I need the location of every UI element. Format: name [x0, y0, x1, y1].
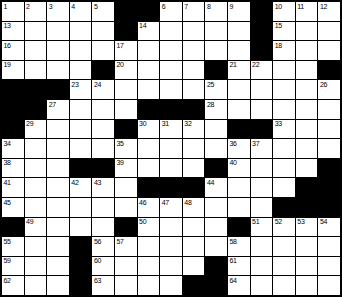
white-cell[interactable]: 60 [92, 257, 114, 276]
white-cell[interactable]: 29 [25, 120, 47, 139]
white-cell[interactable]: 1 [2, 2, 24, 21]
white-cell[interactable] [296, 100, 318, 119]
white-cell[interactable]: 48 [183, 198, 205, 217]
white-cell[interactable]: 59 [2, 257, 24, 276]
white-cell[interactable] [318, 120, 340, 139]
white-cell[interactable]: 27 [47, 100, 69, 119]
white-cell[interactable] [205, 237, 227, 256]
white-cell[interactable]: 5 [92, 2, 114, 21]
white-cell[interactable] [251, 159, 273, 178]
clue-number: 20 [117, 61, 124, 68]
white-cell[interactable]: 62 [2, 276, 24, 295]
white-cell[interactable] [273, 139, 295, 158]
clue-number: 2 [26, 3, 30, 10]
white-cell[interactable] [296, 237, 318, 256]
white-cell[interactable] [296, 80, 318, 99]
black-cell [2, 80, 24, 99]
black-cell [318, 159, 340, 178]
white-cell[interactable]: 21 [228, 61, 250, 80]
black-cell [273, 198, 295, 217]
white-cell[interactable] [183, 218, 205, 237]
clue-number: 40 [230, 159, 237, 166]
white-cell[interactable] [296, 257, 318, 276]
white-cell[interactable]: 4 [70, 2, 92, 21]
white-cell[interactable]: 35 [115, 139, 137, 158]
white-cell[interactable]: 14 [138, 22, 160, 41]
white-cell[interactable] [115, 178, 137, 197]
white-cell[interactable]: 22 [251, 61, 273, 80]
white-cell[interactable] [115, 198, 137, 217]
white-cell[interactable]: 25 [205, 80, 227, 99]
black-cell [205, 159, 227, 178]
white-cell[interactable] [70, 22, 92, 41]
white-cell[interactable]: 19 [2, 61, 24, 80]
clue-number: 6 [162, 3, 166, 10]
white-cell[interactable] [70, 198, 92, 217]
clue-number: 28 [207, 101, 214, 108]
white-cell[interactable] [205, 120, 227, 139]
clue-number: 49 [26, 218, 33, 225]
white-cell[interactable] [318, 276, 340, 295]
white-cell[interactable]: 52 [273, 218, 295, 237]
white-cell[interactable]: 30 [138, 120, 160, 139]
white-cell[interactable] [228, 100, 250, 119]
white-cell[interactable]: 56 [92, 237, 114, 256]
white-cell[interactable] [228, 22, 250, 41]
white-cell[interactable] [70, 139, 92, 158]
white-cell[interactable] [138, 41, 160, 60]
white-cell[interactable] [47, 178, 69, 197]
black-cell [318, 61, 340, 80]
clue-number: 16 [4, 42, 11, 49]
white-cell[interactable] [47, 218, 69, 237]
white-cell[interactable] [273, 178, 295, 197]
white-cell[interactable] [296, 41, 318, 60]
white-cell[interactable] [205, 218, 227, 237]
white-cell[interactable] [251, 257, 273, 276]
white-cell[interactable]: 9 [228, 2, 250, 21]
black-cell [205, 257, 227, 276]
white-cell[interactable]: 47 [160, 198, 182, 217]
clue-number: 22 [252, 61, 259, 68]
clue-number: 41 [4, 179, 11, 186]
white-cell[interactable] [183, 237, 205, 256]
clue-number: 23 [71, 81, 78, 88]
white-cell[interactable] [318, 22, 340, 41]
white-cell[interactable]: 63 [92, 276, 114, 295]
white-cell[interactable] [138, 237, 160, 256]
clue-number: 5 [94, 3, 98, 10]
white-cell[interactable] [92, 41, 114, 60]
white-cell[interactable]: 26 [318, 80, 340, 99]
white-cell[interactable] [138, 61, 160, 80]
white-cell[interactable]: 7 [183, 2, 205, 21]
white-cell[interactable] [160, 218, 182, 237]
white-cell[interactable] [25, 276, 47, 295]
white-cell[interactable]: 64 [228, 276, 250, 295]
clue-number: 57 [117, 238, 124, 245]
white-cell[interactable] [273, 80, 295, 99]
clue-number: 9 [230, 3, 234, 10]
white-cell[interactable] [25, 257, 47, 276]
white-cell[interactable] [228, 178, 250, 197]
white-cell[interactable]: 46 [138, 198, 160, 217]
clue-number: 48 [184, 199, 191, 206]
white-cell[interactable] [205, 22, 227, 41]
white-cell[interactable] [296, 159, 318, 178]
white-cell[interactable] [25, 178, 47, 197]
white-cell[interactable] [183, 61, 205, 80]
white-cell[interactable] [205, 41, 227, 60]
black-cell [115, 120, 137, 139]
white-cell[interactable] [25, 22, 47, 41]
black-cell [138, 100, 160, 119]
white-cell[interactable]: 50 [138, 218, 160, 237]
white-cell[interactable] [318, 139, 340, 158]
white-cell[interactable] [25, 61, 47, 80]
clue-number: 42 [71, 179, 78, 186]
clue-number: 10 [275, 3, 282, 10]
clue-number: 12 [320, 3, 327, 10]
clue-number: 61 [230, 257, 237, 264]
white-cell[interactable] [47, 237, 69, 256]
clue-number: 26 [320, 81, 327, 88]
black-cell [251, 2, 273, 21]
clue-number: 18 [275, 42, 282, 49]
black-cell [160, 100, 182, 119]
white-cell[interactable] [47, 22, 69, 41]
white-cell[interactable] [47, 159, 69, 178]
white-cell[interactable]: 44 [205, 178, 227, 197]
white-cell[interactable] [160, 237, 182, 256]
white-cell[interactable] [138, 276, 160, 295]
white-cell[interactable] [138, 159, 160, 178]
clue-number: 14 [139, 22, 146, 29]
black-cell [318, 178, 340, 197]
white-cell[interactable] [183, 80, 205, 99]
white-cell[interactable]: 57 [115, 237, 137, 256]
white-cell[interactable] [47, 120, 69, 139]
clue-number: 34 [4, 140, 11, 147]
white-cell[interactable] [92, 22, 114, 41]
white-cell[interactable] [251, 276, 273, 295]
white-cell[interactable] [47, 198, 69, 217]
white-cell[interactable] [138, 80, 160, 99]
white-cell[interactable] [318, 237, 340, 256]
clue-number: 38 [4, 159, 11, 166]
black-cell [205, 276, 227, 295]
clue-number: 29 [26, 120, 33, 127]
clue-number: 56 [94, 238, 101, 245]
black-cell [183, 100, 205, 119]
white-cell[interactable] [115, 257, 137, 276]
white-cell[interactable]: 42 [70, 178, 92, 197]
white-cell[interactable] [296, 61, 318, 80]
clue-number: 44 [207, 179, 214, 186]
white-cell[interactable]: 39 [115, 159, 137, 178]
white-cell[interactable] [273, 159, 295, 178]
white-cell[interactable]: 3 [47, 2, 69, 21]
white-cell[interactable] [138, 139, 160, 158]
white-cell[interactable]: 2 [25, 2, 47, 21]
white-cell[interactable] [183, 159, 205, 178]
white-cell[interactable] [160, 139, 182, 158]
white-cell[interactable]: 8 [205, 2, 227, 21]
white-cell[interactable] [25, 41, 47, 60]
white-cell[interactable]: 43 [92, 178, 114, 197]
white-cell[interactable]: 11 [296, 2, 318, 21]
black-cell [183, 276, 205, 295]
clue-number: 30 [139, 120, 146, 127]
clue-number: 36 [230, 140, 237, 147]
white-cell[interactable] [273, 237, 295, 256]
clue-number: 46 [139, 199, 146, 206]
white-cell[interactable] [251, 100, 273, 119]
clue-number: 53 [297, 218, 304, 225]
clue-number: 25 [207, 81, 214, 88]
white-cell[interactable]: 24 [92, 80, 114, 99]
black-cell [251, 120, 273, 139]
black-cell [115, 218, 137, 237]
white-cell[interactable]: 61 [228, 257, 250, 276]
white-cell[interactable]: 37 [251, 139, 273, 158]
white-cell[interactable] [115, 80, 137, 99]
white-cell[interactable] [92, 120, 114, 139]
white-cell[interactable] [92, 198, 114, 217]
white-cell[interactable] [251, 80, 273, 99]
white-cell[interactable]: 6 [160, 2, 182, 21]
white-cell[interactable]: 13 [2, 22, 24, 41]
black-cell [296, 178, 318, 197]
white-cell[interactable] [273, 100, 295, 119]
white-cell[interactable] [228, 80, 250, 99]
white-cell[interactable]: 40 [228, 159, 250, 178]
clue-number: 21 [230, 61, 237, 68]
black-cell [115, 22, 137, 41]
white-cell[interactable] [25, 159, 47, 178]
black-cell [228, 120, 250, 139]
black-cell [2, 100, 24, 119]
white-cell[interactable] [47, 61, 69, 80]
clue-number: 64 [230, 277, 237, 284]
white-cell[interactable]: 55 [2, 237, 24, 256]
white-cell[interactable] [92, 218, 114, 237]
clue-number: 47 [162, 199, 169, 206]
clue-number: 8 [207, 3, 211, 10]
white-cell[interactable]: 58 [228, 237, 250, 256]
clue-number: 50 [139, 218, 146, 225]
black-cell [25, 80, 47, 99]
clue-number: 1 [4, 3, 8, 10]
clue-number: 58 [230, 238, 237, 245]
white-cell[interactable] [115, 276, 137, 295]
white-cell[interactable] [296, 276, 318, 295]
white-cell[interactable] [25, 139, 47, 158]
white-cell[interactable] [183, 41, 205, 60]
white-cell[interactable] [160, 159, 182, 178]
white-cell[interactable] [273, 276, 295, 295]
clue-number: 35 [117, 140, 124, 147]
clue-number: 59 [4, 257, 11, 264]
black-cell [92, 61, 114, 80]
black-cell [138, 2, 160, 21]
white-cell[interactable]: 23 [70, 80, 92, 99]
clue-number: 19 [4, 61, 11, 68]
white-cell[interactable]: 10 [273, 2, 295, 21]
white-cell[interactable]: 41 [2, 178, 24, 197]
black-cell [205, 61, 227, 80]
white-cell[interactable] [183, 139, 205, 158]
white-cell[interactable] [47, 276, 69, 295]
white-cell[interactable] [251, 198, 273, 217]
white-cell[interactable] [160, 61, 182, 80]
white-cell[interactable] [160, 276, 182, 295]
black-cell [70, 257, 92, 276]
white-cell[interactable]: 51 [251, 218, 273, 237]
black-cell [47, 80, 69, 99]
white-cell[interactable]: 45 [2, 198, 24, 217]
crossword-grid: 1234567891011121314151617181920212223242… [0, 0, 342, 297]
clue-number: 33 [275, 120, 282, 127]
black-cell [183, 178, 205, 197]
clue-number: 63 [94, 277, 101, 284]
clue-number: 13 [4, 22, 11, 29]
white-cell[interactable]: 16 [2, 41, 24, 60]
white-cell[interactable]: 31 [160, 120, 182, 139]
black-cell [25, 100, 47, 119]
black-cell [70, 276, 92, 295]
black-cell [296, 198, 318, 217]
white-cell[interactable]: 38 [2, 159, 24, 178]
black-cell [70, 237, 92, 256]
black-cell [70, 159, 92, 178]
white-cell[interactable] [115, 100, 137, 119]
black-cell [251, 22, 273, 41]
white-cell[interactable] [160, 41, 182, 60]
white-cell[interactable] [296, 120, 318, 139]
white-cell[interactable]: 17 [115, 41, 137, 60]
white-cell[interactable]: 36 [228, 139, 250, 158]
white-cell[interactable] [318, 257, 340, 276]
clue-number: 27 [49, 101, 56, 108]
white-cell[interactable] [47, 41, 69, 60]
white-cell[interactable]: 18 [273, 41, 295, 60]
clue-number: 54 [320, 218, 327, 225]
white-cell[interactable]: 33 [273, 120, 295, 139]
white-cell[interactable] [296, 22, 318, 41]
clue-number: 15 [275, 22, 282, 29]
white-cell[interactable] [47, 139, 69, 158]
clue-number: 37 [252, 140, 259, 147]
white-cell[interactable]: 32 [183, 120, 205, 139]
black-cell [318, 198, 340, 217]
white-cell[interactable] [318, 41, 340, 60]
white-cell[interactable] [70, 120, 92, 139]
white-cell[interactable] [25, 237, 47, 256]
black-cell [2, 218, 24, 237]
clue-number: 3 [49, 3, 53, 10]
white-cell[interactable] [183, 257, 205, 276]
black-cell [251, 41, 273, 60]
white-cell[interactable]: 28 [205, 100, 227, 119]
black-cell [92, 159, 114, 178]
clue-number: 43 [94, 179, 101, 186]
white-cell[interactable] [160, 257, 182, 276]
white-cell[interactable] [273, 61, 295, 80]
white-cell[interactable] [70, 61, 92, 80]
white-cell[interactable]: 15 [273, 22, 295, 41]
white-cell[interactable] [228, 198, 250, 217]
white-cell[interactable] [160, 80, 182, 99]
white-cell[interactable] [25, 198, 47, 217]
white-cell[interactable] [273, 257, 295, 276]
clue-number: 45 [4, 199, 11, 206]
white-cell[interactable] [251, 237, 273, 256]
clue-number: 32 [184, 120, 191, 127]
white-cell[interactable] [183, 22, 205, 41]
white-cell[interactable] [318, 100, 340, 119]
clue-number: 62 [4, 277, 11, 284]
white-cell[interactable] [70, 218, 92, 237]
clue-number: 24 [94, 81, 101, 88]
black-cell [115, 2, 137, 21]
white-cell[interactable] [205, 198, 227, 217]
white-cell[interactable] [205, 139, 227, 158]
clue-number: 11 [297, 3, 304, 10]
black-cell [138, 178, 160, 197]
white-cell[interactable] [138, 257, 160, 276]
white-cell[interactable]: 12 [318, 2, 340, 21]
white-cell[interactable]: 20 [115, 61, 137, 80]
clue-number: 52 [275, 218, 282, 225]
white-cell[interactable] [92, 100, 114, 119]
white-cell[interactable] [70, 41, 92, 60]
white-cell[interactable] [160, 22, 182, 41]
white-cell[interactable]: 54 [318, 218, 340, 237]
black-cell [228, 218, 250, 237]
white-cell[interactable] [228, 41, 250, 60]
black-cell [2, 120, 24, 139]
white-cell[interactable]: 49 [25, 218, 47, 237]
clue-number: 31 [162, 120, 169, 127]
white-cell[interactable] [47, 257, 69, 276]
clue-number: 4 [71, 3, 75, 10]
black-cell [160, 178, 182, 197]
white-cell[interactable]: 53 [296, 218, 318, 237]
white-cell[interactable] [70, 100, 92, 119]
clue-number: 39 [117, 159, 124, 166]
clue-number: 60 [94, 257, 101, 264]
clue-number: 17 [117, 42, 124, 49]
white-cell[interactable] [92, 139, 114, 158]
white-cell[interactable] [296, 139, 318, 158]
clue-number: 51 [252, 218, 259, 225]
clue-number: 55 [4, 238, 11, 245]
clue-number: 7 [184, 3, 188, 10]
white-cell[interactable] [251, 178, 273, 197]
white-cell[interactable]: 34 [2, 139, 24, 158]
